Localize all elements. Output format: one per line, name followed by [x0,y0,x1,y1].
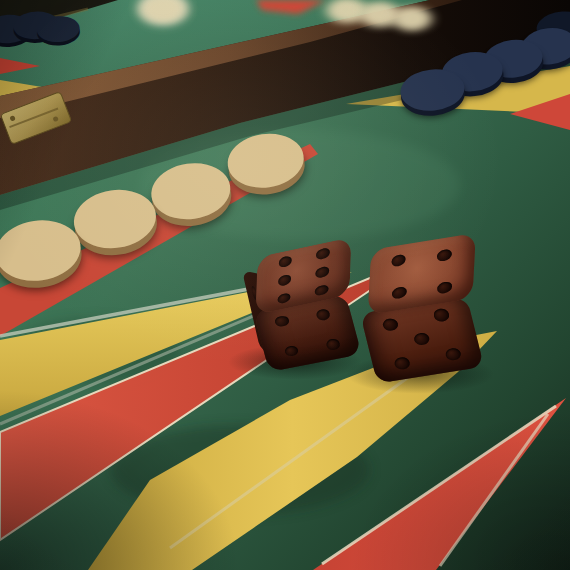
backgammon-photo-scene: ●●●●●●●●●●●●●●●● [0,0,570,570]
left-die[interactable] [251,245,359,366]
light-checker[interactable]: ● [0,198,91,289]
die-pip [391,254,406,267]
die-pip [393,356,411,370]
dark-checker[interactable]: ● [32,8,83,45]
light-checker-blurred[interactable]: ● [136,0,190,25]
die-pip [444,347,462,361]
die-pip [437,280,452,293]
die-pip [413,331,431,345]
die-pip [277,292,290,305]
die-pip [278,274,291,287]
die-pip [315,308,331,321]
right-die[interactable] [362,240,485,378]
die-pip [391,286,406,299]
dark-checker[interactable]: ● [393,55,472,116]
die-pip [437,248,452,261]
die-pip [274,315,290,328]
die-pip [432,308,450,322]
die-pip [279,255,292,268]
die-pip [316,247,329,260]
die-pip [284,345,300,358]
die-pip [315,284,328,297]
die-pip [315,266,328,279]
die-pip [382,317,400,331]
die-pip [325,338,341,351]
light-checker-blurred[interactable]: ● [389,0,434,32]
